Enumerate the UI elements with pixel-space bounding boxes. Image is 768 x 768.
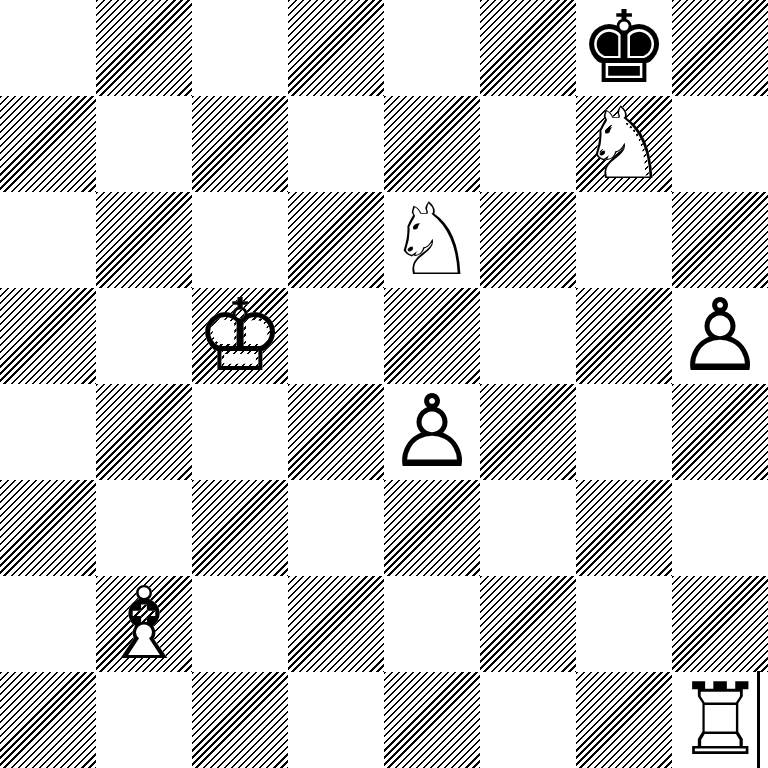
square-f6[interactable] (480, 192, 576, 288)
window-edge-artifact (757, 671, 760, 768)
square-d4[interactable] (288, 384, 384, 480)
square-c1[interactable] (192, 672, 288, 768)
square-c5[interactable]: ♚♔ (192, 288, 288, 384)
black-king-glyph: ♚ (576, 0, 672, 96)
square-h7[interactable] (672, 96, 768, 192)
chess-board-wrapper: ♚♞♘♞♘♚♔♟♙♟♙♝♗♜♖ (0, 0, 768, 768)
square-h5[interactable]: ♟♙ (672, 288, 768, 384)
square-e7[interactable] (384, 96, 480, 192)
square-h6[interactable] (672, 192, 768, 288)
square-f7[interactable] (480, 96, 576, 192)
square-h1[interactable]: ♜♖ (672, 672, 768, 768)
white-king-outline: ♔ (192, 288, 288, 384)
square-a1[interactable] (0, 672, 96, 768)
square-g4[interactable] (576, 384, 672, 480)
white-rook-outline: ♖ (672, 672, 768, 768)
white-rook: ♜♖ (672, 672, 768, 768)
square-c3[interactable] (192, 480, 288, 576)
white-bishop-fill: ♝ (96, 576, 192, 672)
square-b3[interactable] (96, 480, 192, 576)
white-knight: ♞♘ (576, 96, 672, 192)
white-knight: ♞♘ (384, 192, 480, 288)
square-f4[interactable] (480, 384, 576, 480)
square-h4[interactable] (672, 384, 768, 480)
square-a7[interactable] (0, 96, 96, 192)
square-d2[interactable] (288, 576, 384, 672)
square-d7[interactable] (288, 96, 384, 192)
square-a3[interactable] (0, 480, 96, 576)
square-g3[interactable] (576, 480, 672, 576)
square-e5[interactable] (384, 288, 480, 384)
chess-board: ♚♞♘♞♘♚♔♟♙♟♙♝♗♜♖ (0, 0, 768, 768)
square-c6[interactable] (192, 192, 288, 288)
square-g1[interactable] (576, 672, 672, 768)
square-f5[interactable] (480, 288, 576, 384)
white-rook-fill: ♜ (672, 672, 768, 768)
black-king: ♚ (576, 0, 672, 96)
square-f1[interactable] (480, 672, 576, 768)
square-e2[interactable] (384, 576, 480, 672)
white-bishop-outline: ♗ (96, 576, 192, 672)
square-f3[interactable] (480, 480, 576, 576)
white-knight-fill: ♞ (576, 96, 672, 192)
square-a2[interactable] (0, 576, 96, 672)
white-pawn-fill: ♟ (672, 288, 768, 384)
white-pawn-outline: ♙ (384, 384, 480, 480)
white-pawn: ♟♙ (384, 384, 480, 480)
square-e6[interactable]: ♞♘ (384, 192, 480, 288)
square-d1[interactable] (288, 672, 384, 768)
square-c2[interactable] (192, 576, 288, 672)
white-knight-outline: ♘ (384, 192, 480, 288)
square-g7[interactable]: ♞♘ (576, 96, 672, 192)
square-f2[interactable] (480, 576, 576, 672)
square-b8[interactable] (96, 0, 192, 96)
square-e8[interactable] (384, 0, 480, 96)
square-g5[interactable] (576, 288, 672, 384)
square-d8[interactable] (288, 0, 384, 96)
white-king: ♚♔ (192, 288, 288, 384)
square-b4[interactable] (96, 384, 192, 480)
square-h3[interactable] (672, 480, 768, 576)
square-e4[interactable]: ♟♙ (384, 384, 480, 480)
square-a6[interactable] (0, 192, 96, 288)
square-e1[interactable] (384, 672, 480, 768)
square-b5[interactable] (96, 288, 192, 384)
square-c7[interactable] (192, 96, 288, 192)
square-g2[interactable] (576, 576, 672, 672)
square-d3[interactable] (288, 480, 384, 576)
square-h2[interactable] (672, 576, 768, 672)
white-pawn: ♟♙ (672, 288, 768, 384)
white-pawn-outline: ♙ (672, 288, 768, 384)
square-b7[interactable] (96, 96, 192, 192)
square-h8[interactable] (672, 0, 768, 96)
white-king-fill: ♚ (192, 288, 288, 384)
white-bishop: ♝♗ (96, 576, 192, 672)
square-b2[interactable]: ♝♗ (96, 576, 192, 672)
square-d6[interactable] (288, 192, 384, 288)
square-a8[interactable] (0, 0, 96, 96)
white-knight-fill: ♞ (384, 192, 480, 288)
square-b6[interactable] (96, 192, 192, 288)
square-b1[interactable] (96, 672, 192, 768)
square-c4[interactable] (192, 384, 288, 480)
square-a4[interactable] (0, 384, 96, 480)
square-a5[interactable] (0, 288, 96, 384)
square-g6[interactable] (576, 192, 672, 288)
square-c8[interactable] (192, 0, 288, 96)
square-g8[interactable]: ♚ (576, 0, 672, 96)
white-knight-outline: ♘ (576, 96, 672, 192)
square-e3[interactable] (384, 480, 480, 576)
square-f8[interactable] (480, 0, 576, 96)
white-pawn-fill: ♟ (384, 384, 480, 480)
square-d5[interactable] (288, 288, 384, 384)
